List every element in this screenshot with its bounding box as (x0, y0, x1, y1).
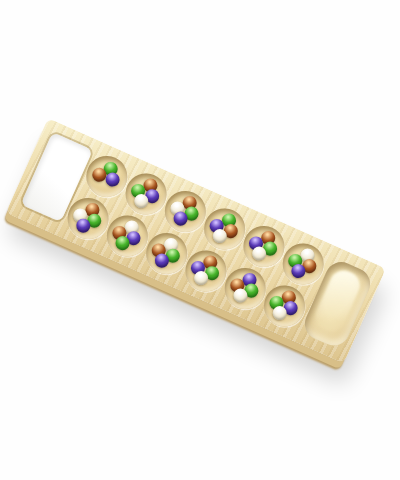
product-photo-background (0, 0, 400, 480)
mancala-board (6, 118, 386, 364)
mancala-board-rotated-wrap (6, 118, 386, 364)
